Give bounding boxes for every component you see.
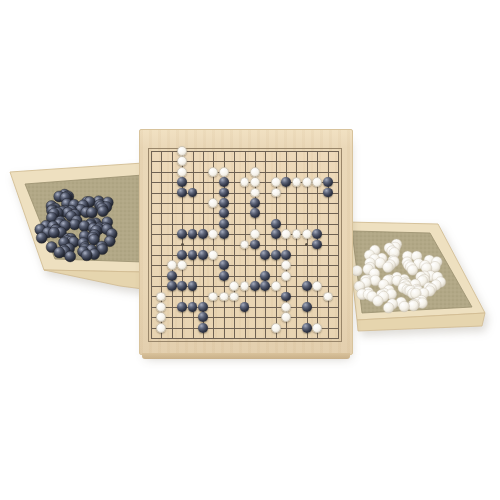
white-stone [219, 292, 229, 302]
black-stone [167, 271, 177, 281]
white-stone [240, 177, 250, 187]
white-stone [323, 292, 333, 302]
white-stone [219, 167, 229, 177]
black-stone [219, 198, 229, 208]
white-stone [208, 229, 218, 239]
black-stone [177, 281, 187, 291]
white-stone [302, 177, 312, 187]
black-stone [188, 188, 198, 198]
white-stone [271, 188, 281, 198]
black-stone [260, 271, 270, 281]
black-stone [250, 281, 260, 291]
black-stone [198, 312, 208, 322]
black-stone [49, 227, 60, 238]
black-stone [219, 188, 229, 198]
black-stone [271, 250, 281, 260]
black-stone [188, 302, 198, 312]
black-stone [188, 281, 198, 291]
black-stone [81, 250, 92, 261]
white-stone [250, 167, 260, 177]
white-stone [281, 312, 291, 322]
black-stone [177, 250, 187, 260]
hoshi-point [181, 243, 184, 246]
white-stone [250, 188, 260, 198]
black-stone [177, 188, 187, 198]
black-stone [281, 292, 291, 302]
white-stone [250, 177, 260, 187]
black-stone [198, 250, 208, 260]
black-stone [250, 208, 260, 218]
white-stone [156, 292, 166, 302]
white-stone [292, 229, 302, 239]
black-stone [198, 302, 208, 312]
white-stone [271, 323, 281, 333]
white-stone [250, 229, 260, 239]
white-stone [281, 271, 291, 281]
white-stone [177, 260, 187, 270]
white-stone [208, 167, 218, 177]
black-stone [323, 177, 333, 187]
white-stone [281, 302, 291, 312]
white-stone [240, 281, 250, 291]
white-stone [281, 229, 291, 239]
go-board [139, 129, 353, 355]
black-stone [219, 208, 229, 218]
black-stone [250, 198, 260, 208]
white-stone [177, 167, 187, 177]
white-stone [399, 301, 410, 312]
black-stone [281, 250, 291, 260]
white-stone [408, 300, 419, 311]
white-stone [156, 323, 166, 333]
black-stone [260, 250, 270, 260]
white-stone [352, 265, 363, 276]
white-stone [229, 281, 239, 291]
white-stone [208, 292, 218, 302]
black-stone [97, 206, 108, 217]
black-stone [302, 323, 312, 333]
white-stone [208, 250, 218, 260]
black-stone [167, 281, 177, 291]
white-stone-tray [340, 215, 490, 337]
black-stone [260, 281, 270, 291]
black-stone [281, 177, 291, 187]
black-stone [250, 240, 260, 250]
black-stone [69, 219, 80, 230]
board-grid [151, 151, 339, 339]
white-stone [312, 323, 322, 333]
hoshi-point [305, 243, 308, 246]
black-stone [219, 260, 229, 270]
black-stone [323, 188, 333, 198]
white-stone [177, 156, 187, 166]
black-stone [240, 302, 250, 312]
white-stone [312, 177, 322, 187]
black-stone [54, 247, 65, 258]
black-stone [36, 232, 47, 243]
black-stone [198, 229, 208, 239]
white-stone [156, 302, 166, 312]
white-stone [383, 262, 394, 273]
black-stone [177, 229, 187, 239]
tray-front-rail [44, 270, 143, 289]
black-stone [312, 229, 322, 239]
white-stone [271, 177, 281, 187]
black-stone [188, 229, 198, 239]
go-set-product-photo [0, 0, 500, 500]
white-stone [177, 146, 187, 156]
black-stone [219, 177, 229, 187]
white-stone [240, 240, 250, 250]
black-stone [188, 250, 198, 260]
black-stone [271, 219, 281, 229]
black-stone [312, 240, 322, 250]
white-stone [156, 312, 166, 322]
white-stone [373, 296, 384, 307]
white-stone [281, 260, 291, 270]
black-stone-tray [8, 158, 144, 294]
black-stone [198, 323, 208, 333]
black-stone [86, 207, 97, 218]
white-stone [208, 198, 218, 208]
white-stone [292, 177, 302, 187]
white-stone [383, 303, 394, 314]
black-stone [271, 229, 281, 239]
white-stone [302, 229, 312, 239]
black-stone [219, 229, 229, 239]
white-stone [167, 260, 177, 270]
white-stone [312, 281, 322, 291]
white-stone [271, 281, 281, 291]
black-stone [177, 177, 187, 187]
black-stone [219, 271, 229, 281]
black-stone [219, 219, 229, 229]
black-stone [302, 281, 312, 291]
black-stone [65, 251, 76, 262]
white-stone [229, 292, 239, 302]
black-stone [177, 302, 187, 312]
black-stone [302, 302, 312, 312]
